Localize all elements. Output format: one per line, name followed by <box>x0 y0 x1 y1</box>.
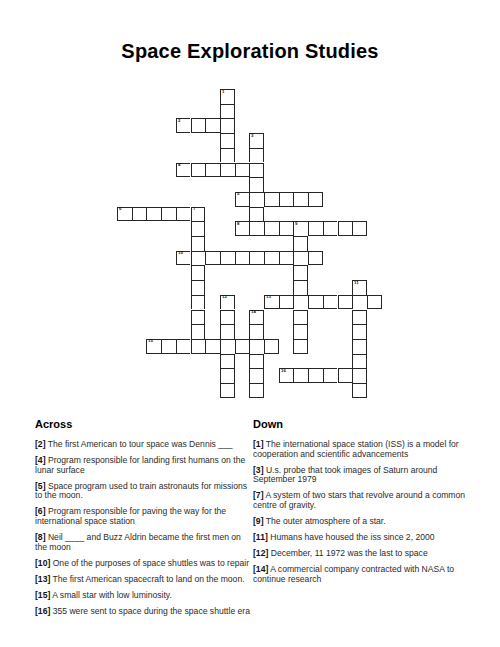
grid-cell[interactable] <box>264 221 279 236</box>
grid-cell[interactable]: 9 <box>293 221 308 236</box>
clue-number-label: 1 <box>222 90 224 94</box>
grid-cell[interactable] <box>220 104 235 119</box>
grid-cell[interactable] <box>249 339 264 354</box>
grid-cell[interactable] <box>308 295 323 310</box>
grid-cell[interactable] <box>220 368 235 383</box>
grid-cell[interactable] <box>293 324 308 339</box>
grid-cell[interactable] <box>279 251 294 266</box>
grid-cell[interactable] <box>191 163 206 178</box>
grid-cell[interactable] <box>323 221 338 236</box>
grid-cell[interactable] <box>249 148 264 163</box>
grid-cell[interactable] <box>220 324 235 339</box>
clue-item: [8] Neil ____ and Buzz Aldrin became the… <box>35 533 251 552</box>
page-title: Space Exploration Studies <box>0 40 500 63</box>
grid-cell[interactable] <box>191 339 206 354</box>
grid-cell[interactable] <box>191 324 206 339</box>
grid-cell[interactable] <box>220 251 235 266</box>
grid-cell[interactable]: 8 <box>235 221 250 236</box>
grid-cell[interactable] <box>308 251 323 266</box>
clue-number: [7] <box>253 490 264 500</box>
grid-cell[interactable]: 16 <box>279 368 294 383</box>
across-clues-list: [2] The first American to tour space was… <box>35 440 251 617</box>
grid-cell[interactable] <box>352 324 367 339</box>
grid-cell[interactable]: 7 <box>191 207 206 222</box>
clue-number: [1] <box>253 439 264 449</box>
clue-item: [12] December, 11 1972 was the last to s… <box>253 549 473 559</box>
grid-cell[interactable]: 11 <box>352 280 367 295</box>
grid-cell[interactable] <box>132 207 147 222</box>
down-heading: Down <box>253 418 473 430</box>
clue-number: [2] <box>35 439 46 449</box>
grid-cell[interactable]: 2 <box>176 118 191 133</box>
grid-cell[interactable] <box>249 251 264 266</box>
grid-cell[interactable]: 12 <box>220 295 235 310</box>
grid-cell[interactable] <box>220 383 235 398</box>
grid-cell[interactable] <box>293 251 308 266</box>
grid-cell[interactable] <box>235 339 250 354</box>
grid-cell[interactable] <box>249 177 264 192</box>
clue-item: [1] The international space station (ISS… <box>253 440 473 459</box>
clue-number-label: 3 <box>251 134 253 138</box>
grid-cell[interactable] <box>293 265 308 280</box>
grid-cell[interactable] <box>352 310 367 325</box>
grid-cell[interactable] <box>205 339 220 354</box>
grid-cell[interactable] <box>176 207 191 222</box>
grid-cell[interactable] <box>323 368 338 383</box>
clue-item: [2] The first American to tour space was… <box>35 440 251 450</box>
clue-number-label: 16 <box>281 369 286 373</box>
grid-cell[interactable] <box>249 324 264 339</box>
grid-cell[interactable] <box>191 221 206 236</box>
grid-cell[interactable] <box>220 354 235 369</box>
grid-cell[interactable]: 14 <box>249 310 264 325</box>
grid-cell[interactable] <box>352 354 367 369</box>
grid-cell[interactable] <box>338 295 353 310</box>
clue-item: [13] The first American spacecraft to la… <box>35 575 251 585</box>
grid-cell[interactable]: 5 <box>235 192 250 207</box>
clue-number-label: 8 <box>237 222 239 226</box>
clue-item: [9] The outer atmosphere of a star. <box>253 517 473 527</box>
clue-item: [3] U.s. probe that took images of Satur… <box>253 466 473 485</box>
grid-cell[interactable] <box>220 133 235 148</box>
grid-cell[interactable] <box>220 339 235 354</box>
clue-number-label: 5 <box>237 192 239 196</box>
grid-cell[interactable] <box>249 221 264 236</box>
grid-cell[interactable] <box>293 339 308 354</box>
grid-cell[interactable]: 4 <box>176 163 191 178</box>
across-clues-section: Across [2] The first American to tour sp… <box>35 418 251 623</box>
clue-number: [10] <box>35 558 50 568</box>
grid-cell[interactable]: 6 <box>117 207 132 222</box>
clue-item: [6] Program responsible for paving the w… <box>35 507 251 526</box>
grid-cell[interactable] <box>176 339 191 354</box>
clue-number-label: 2 <box>178 119 180 123</box>
clue-number: [9] <box>253 516 264 526</box>
grid-cell[interactable]: 1 <box>220 89 235 104</box>
grid-cell[interactable] <box>264 251 279 266</box>
grid-cell[interactable] <box>352 295 367 310</box>
grid-cell[interactable] <box>293 295 308 310</box>
clue-number: [14] <box>253 564 268 574</box>
grid-cell[interactable] <box>323 295 338 310</box>
clue-number-label: 11 <box>354 281 359 285</box>
clue-number: [4] <box>35 455 46 465</box>
grid-cell[interactable]: 10 <box>176 251 191 266</box>
grid-cell[interactable] <box>249 207 264 222</box>
grid-cell[interactable] <box>205 251 220 266</box>
grid-cell[interactable] <box>352 383 367 398</box>
grid-cell[interactable] <box>191 310 206 325</box>
grid-cell[interactable] <box>293 368 308 383</box>
grid-cell[interactable] <box>308 368 323 383</box>
clue-number-label: 10 <box>178 251 183 255</box>
grid-cell[interactable]: 13 <box>264 295 279 310</box>
grid-cell[interactable] <box>191 280 206 295</box>
clue-item: [5] Space program used to train astronau… <box>35 482 251 501</box>
grid-cell[interactable] <box>249 354 264 369</box>
clue-item: [7] A system of two stars that revolve a… <box>253 491 473 510</box>
grid-cell[interactable]: 15 <box>146 339 161 354</box>
grid-cell[interactable] <box>352 368 367 383</box>
clue-number-label: 13 <box>266 295 271 299</box>
grid-cell[interactable] <box>279 192 294 207</box>
clue-item: [11] Humans have housed the iss since 2,… <box>253 533 473 543</box>
grid-cell[interactable] <box>338 221 353 236</box>
grid-cell[interactable] <box>249 383 264 398</box>
crossword-grid: 12345678910111213141516 <box>117 89 382 398</box>
grid-cell[interactable] <box>205 163 220 178</box>
grid-cell[interactable] <box>293 236 308 251</box>
clue-item: [10] One of the purposes of space shuttl… <box>35 559 251 569</box>
grid-cell[interactable] <box>249 163 264 178</box>
grid-cell[interactable] <box>235 163 250 178</box>
down-clues-section: Down [1] The international space station… <box>253 418 473 591</box>
grid-cell[interactable] <box>220 118 235 133</box>
grid-cell[interactable] <box>308 192 323 207</box>
grid-cell[interactable] <box>367 295 382 310</box>
clue-number-label: 6 <box>119 207 121 211</box>
clue-number: [15] <box>35 590 50 600</box>
clue-number: [8] <box>35 532 46 542</box>
clue-number: [16] <box>35 606 50 616</box>
crossword-page: Space Exploration Studies 12345678910111… <box>0 0 500 647</box>
clue-item: [14] A commercial company contracted wit… <box>253 565 473 584</box>
clue-number: [13] <box>35 574 50 584</box>
clue-number-label: 14 <box>251 310 256 314</box>
grid-cell[interactable] <box>293 280 308 295</box>
grid-cell[interactable] <box>205 118 220 133</box>
clue-number: [5] <box>35 481 46 491</box>
grid-cell[interactable] <box>191 265 206 280</box>
grid-cell[interactable] <box>279 295 294 310</box>
clue-number: [3] <box>253 465 264 475</box>
clue-number-label: 12 <box>222 295 227 299</box>
clue-number: [11] <box>253 532 268 542</box>
grid-cell[interactable] <box>249 368 264 383</box>
grid-cell[interactable] <box>264 339 279 354</box>
grid-cell[interactable] <box>191 251 206 266</box>
grid-cell[interactable] <box>352 221 367 236</box>
grid-cell[interactable]: 3 <box>249 133 264 148</box>
clue-number: [6] <box>35 506 46 516</box>
down-clues-list: [1] The international space station (ISS… <box>253 440 473 585</box>
clue-number-label: 15 <box>148 339 153 343</box>
grid-cell[interactable] <box>249 192 264 207</box>
grid-cell[interactable] <box>146 207 161 222</box>
grid-cell[interactable] <box>279 221 294 236</box>
grid-cell[interactable] <box>220 310 235 325</box>
across-heading: Across <box>35 418 251 430</box>
clue-item: [16] 355 were sent to space during the s… <box>35 607 251 617</box>
grid-cell[interactable] <box>220 163 235 178</box>
grid-cell[interactable] <box>161 339 176 354</box>
clue-number: [12] <box>253 548 268 558</box>
grid-cell[interactable] <box>191 118 206 133</box>
grid-cell[interactable] <box>191 236 206 251</box>
grid-cell[interactable] <box>293 310 308 325</box>
grid-cell[interactable] <box>352 339 367 354</box>
clue-number-label: 7 <box>193 207 195 211</box>
clue-number-label: 4 <box>178 163 180 167</box>
clue-item: [4] Program responsible for landing firs… <box>35 456 251 475</box>
clue-number-label: 9 <box>295 222 297 226</box>
grid-cell[interactable] <box>338 368 353 383</box>
grid-cell[interactable] <box>293 192 308 207</box>
grid-cell[interactable] <box>264 192 279 207</box>
grid-cell[interactable] <box>161 207 176 222</box>
grid-cell[interactable] <box>235 251 250 266</box>
grid-cell[interactable] <box>308 221 323 236</box>
grid-cell[interactable] <box>220 148 235 163</box>
clue-item: [15] A small star with low luminosity. <box>35 591 251 601</box>
grid-cell[interactable] <box>191 295 206 310</box>
